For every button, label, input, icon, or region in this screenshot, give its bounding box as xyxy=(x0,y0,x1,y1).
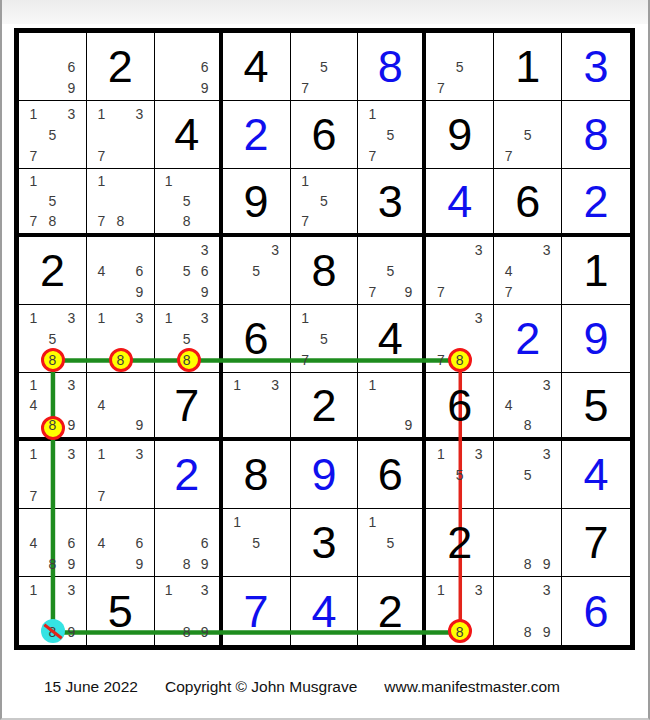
cell-r1c1[interactable]: 69 xyxy=(19,33,87,101)
candidate-7: 7 xyxy=(499,281,518,302)
given-digit: 7 xyxy=(584,520,609,565)
candidate-1: 1 xyxy=(363,103,381,124)
candidate-3: 3 xyxy=(469,579,488,600)
cell-r1c7[interactable]: 57 xyxy=(426,33,494,101)
cell-r7c9[interactable]: 4 xyxy=(562,441,630,509)
candidate-5: 5 xyxy=(381,124,399,145)
cell-r9c1[interactable]: 1389 xyxy=(19,577,87,645)
candidate-5: 5 xyxy=(178,328,196,349)
candidate-8: 8 xyxy=(43,349,62,370)
candidate-7: 7 xyxy=(296,349,315,370)
candidate-4: 4 xyxy=(24,395,43,415)
candidate-grid: 178 xyxy=(87,169,154,233)
given-digit: 4 xyxy=(378,316,403,361)
candidate-grid: 1578 xyxy=(19,169,86,233)
candidate-6: 6 xyxy=(130,532,149,553)
candidate-grid: 13 xyxy=(223,373,290,437)
candidate-5: 5 xyxy=(178,260,196,281)
candidate-9: 9 xyxy=(130,415,149,435)
cell-r2c8[interactable]: 57 xyxy=(494,101,562,169)
candidate-5: 5 xyxy=(43,124,62,145)
cell-r5c2[interactable]: 138 xyxy=(87,305,155,373)
candidate-grid: 137 xyxy=(87,441,154,508)
solved-digit: 7 xyxy=(244,589,269,634)
solved-digit: 2 xyxy=(584,179,609,224)
candidate-3: 3 xyxy=(196,239,214,260)
sudoku-grid: 6926945785713135713742615795781578178158… xyxy=(19,33,630,645)
candidate-grid: 37 xyxy=(426,237,493,304)
cell-r9c3[interactable]: 1389 xyxy=(155,577,223,645)
candidate-3: 3 xyxy=(62,103,81,124)
cell-r2c1[interactable]: 1357 xyxy=(19,101,87,169)
candidate-4: 4 xyxy=(92,532,111,553)
cell-r4c9[interactable]: 1 xyxy=(562,237,630,305)
candidate-8: 8 xyxy=(518,622,537,643)
candidate-grid: 15 xyxy=(223,509,290,576)
candidate-9: 9 xyxy=(130,553,149,574)
cell-r5c3[interactable]: 1358 xyxy=(155,305,223,373)
candidate-3: 3 xyxy=(196,579,214,600)
cell-r8c1[interactable]: 4689 xyxy=(19,509,87,577)
candidate-grid: 469 xyxy=(87,237,154,304)
candidate-1: 1 xyxy=(24,171,43,191)
candidate-grid: 348 xyxy=(494,373,561,437)
given-digit: 2 xyxy=(311,383,336,428)
candidate-8: 8 xyxy=(450,349,469,370)
candidate-grid: 347 xyxy=(494,237,561,304)
candidate-7: 7 xyxy=(24,485,43,506)
candidate-3: 3 xyxy=(196,307,214,328)
cell-r8c4[interactable]: 15 xyxy=(223,509,291,577)
candidate-9: 9 xyxy=(62,77,81,98)
candidate-9: 9 xyxy=(62,553,81,574)
candidate-grid: 1357 xyxy=(19,101,86,168)
given-digit: 2 xyxy=(447,520,472,565)
cell-r4c4[interactable]: 35 xyxy=(223,237,291,305)
candidate-7: 7 xyxy=(92,145,111,166)
candidate-grid: 49 xyxy=(87,373,154,437)
cell-r2c4[interactable]: 2 xyxy=(223,101,291,169)
candidate-9: 9 xyxy=(196,281,214,302)
candidate-9: 9 xyxy=(130,281,149,302)
cell-r1c6[interactable]: 8 xyxy=(358,33,426,101)
candidate-8: 8 xyxy=(43,622,62,643)
candidate-3: 3 xyxy=(62,443,81,464)
candidate-3: 3 xyxy=(266,375,285,395)
solved-digit: 2 xyxy=(515,316,540,361)
solved-digit: 4 xyxy=(447,179,472,224)
candidate-1: 1 xyxy=(92,171,111,191)
candidate-8: 8 xyxy=(518,415,537,435)
cell-r6c6[interactable]: 19 xyxy=(358,373,426,441)
candidate-grid: 35 xyxy=(223,237,290,304)
candidate-grid: 579 xyxy=(358,237,422,304)
candidate-grid: 13489 xyxy=(19,373,86,437)
given-digit: 2 xyxy=(40,248,65,293)
cell-r7c5[interactable]: 9 xyxy=(291,441,359,509)
cell-r8c2[interactable]: 469 xyxy=(87,509,155,577)
window-top-bar xyxy=(2,0,648,24)
candidate-5: 5 xyxy=(247,532,266,553)
candidate-grid: 15 xyxy=(358,509,422,576)
given-digit: 5 xyxy=(584,383,609,428)
candidate-9: 9 xyxy=(196,553,214,574)
candidate-7: 7 xyxy=(363,145,381,166)
cell-r8c5[interactable]: 3 xyxy=(291,509,359,577)
cell-r4c3[interactable]: 3569 xyxy=(155,237,223,305)
candidate-5: 5 xyxy=(518,464,537,485)
candidate-7: 7 xyxy=(499,145,518,166)
solved-digit: 4 xyxy=(584,452,609,497)
candidate-8: 8 xyxy=(111,349,130,370)
candidate-1: 1 xyxy=(228,375,247,395)
candidate-8: 8 xyxy=(450,622,469,643)
cell-r6c2[interactable]: 49 xyxy=(87,373,155,441)
solved-digit: 8 xyxy=(584,112,609,157)
cell-r5c9[interactable]: 9 xyxy=(562,305,630,373)
candidate-4: 4 xyxy=(92,395,111,415)
candidate-8: 8 xyxy=(43,415,62,435)
candidate-1: 1 xyxy=(160,579,178,600)
candidate-grid: 57 xyxy=(494,101,561,168)
solved-digit: 9 xyxy=(311,452,336,497)
cell-r4c1[interactable]: 2 xyxy=(19,237,87,305)
candidate-4: 4 xyxy=(499,395,518,415)
candidate-7: 7 xyxy=(24,211,43,231)
candidate-9: 9 xyxy=(399,281,417,302)
cell-r2c2[interactable]: 137 xyxy=(87,101,155,169)
candidate-8: 8 xyxy=(43,553,62,574)
candidate-4: 4 xyxy=(24,532,43,553)
candidate-9: 9 xyxy=(399,415,417,435)
candidate-1: 1 xyxy=(363,511,381,532)
cell-r2c5[interactable]: 6 xyxy=(291,101,359,169)
candidate-grid: 157 xyxy=(358,101,422,168)
solved-digit: 8 xyxy=(378,44,403,89)
footer-date: 15 June 2022 xyxy=(44,678,138,696)
candidate-7: 7 xyxy=(92,211,111,231)
cell-r5c7[interactable]: 378 xyxy=(426,305,494,373)
footer: 15 June 2022 Copyright © John Musgrave w… xyxy=(44,678,560,696)
solved-digit: 2 xyxy=(174,452,199,497)
candidate-1: 1 xyxy=(92,307,111,328)
candidate-grid: 137 xyxy=(87,101,154,168)
candidate-1: 1 xyxy=(431,579,450,600)
candidate-7: 7 xyxy=(363,281,381,302)
cell-r9c8[interactable]: 389 xyxy=(494,577,562,645)
candidate-7: 7 xyxy=(296,77,315,98)
candidate-3: 3 xyxy=(469,307,488,328)
cell-r1c9[interactable]: 3 xyxy=(562,33,630,101)
candidate-9: 9 xyxy=(537,622,556,643)
cell-r1c8[interactable]: 1 xyxy=(494,33,562,101)
cell-r2c7[interactable]: 9 xyxy=(426,101,494,169)
given-digit: 6 xyxy=(515,179,540,224)
candidate-grid: 4689 xyxy=(19,509,86,576)
candidate-grid: 89 xyxy=(494,509,561,576)
candidate-grid: 3569 xyxy=(155,237,219,304)
solved-digit: 2 xyxy=(244,112,269,157)
candidate-grid: 157 xyxy=(291,305,358,372)
candidate-8: 8 xyxy=(178,622,196,643)
candidate-8: 8 xyxy=(178,211,196,231)
candidate-6: 6 xyxy=(196,260,214,281)
cell-r4c2[interactable]: 469 xyxy=(87,237,155,305)
candidate-3: 3 xyxy=(62,579,81,600)
candidate-5: 5 xyxy=(247,260,266,281)
given-digit: 6 xyxy=(447,383,472,428)
candidate-7: 7 xyxy=(431,349,450,370)
cell-r2c6[interactable]: 157 xyxy=(358,101,426,169)
cell-r2c9[interactable]: 8 xyxy=(562,101,630,169)
cell-r1c5[interactable]: 57 xyxy=(291,33,359,101)
candidate-grid: 157 xyxy=(291,169,358,233)
cell-r3c5[interactable]: 157 xyxy=(291,169,359,237)
candidate-1: 1 xyxy=(92,443,111,464)
candidate-3: 3 xyxy=(130,307,149,328)
cell-r6c1[interactable]: 13489 xyxy=(19,373,87,441)
candidate-3: 3 xyxy=(62,307,81,328)
candidate-1: 1 xyxy=(296,171,315,191)
candidate-7: 7 xyxy=(296,211,315,231)
cell-r3c9[interactable]: 2 xyxy=(562,169,630,237)
candidate-grid: 69 xyxy=(19,33,86,100)
candidate-grid: 19 xyxy=(358,373,422,437)
candidate-5: 5 xyxy=(43,328,62,349)
cell-r7c8[interactable]: 35 xyxy=(494,441,562,509)
candidate-9: 9 xyxy=(537,553,556,574)
cell-r5c8[interactable]: 2 xyxy=(494,305,562,373)
candidate-1: 1 xyxy=(296,307,315,328)
candidate-7: 7 xyxy=(24,145,43,166)
candidate-grid: 469 xyxy=(87,509,154,576)
given-digit: 4 xyxy=(244,44,269,89)
candidate-grid: 137 xyxy=(19,441,86,508)
cell-r9c9[interactable]: 6 xyxy=(562,577,630,645)
candidate-9: 9 xyxy=(62,622,81,643)
solved-digit: 6 xyxy=(584,589,609,634)
candidate-7: 7 xyxy=(431,281,450,302)
candidate-9: 9 xyxy=(196,622,214,643)
cell-r3c8[interactable]: 6 xyxy=(494,169,562,237)
cell-r3c6[interactable]: 3 xyxy=(358,169,426,237)
cell-r8c7[interactable]: 2 xyxy=(426,509,494,577)
candidate-5: 5 xyxy=(381,532,399,553)
candidate-3: 3 xyxy=(537,443,556,464)
cell-r7c1[interactable]: 137 xyxy=(19,441,87,509)
given-digit: 2 xyxy=(378,589,403,634)
candidate-3: 3 xyxy=(469,443,488,464)
candidate-8: 8 xyxy=(178,553,196,574)
candidate-1: 1 xyxy=(24,443,43,464)
candidate-1: 1 xyxy=(160,171,178,191)
given-digit: 4 xyxy=(174,112,199,157)
sudoku-board-inner: 6926945785713135713742615795781578178158… xyxy=(19,33,630,645)
candidate-3: 3 xyxy=(537,239,556,260)
candidate-grid: 389 xyxy=(494,577,561,645)
candidate-8: 8 xyxy=(111,211,130,231)
candidate-9: 9 xyxy=(196,77,214,98)
candidate-3: 3 xyxy=(537,579,556,600)
given-digit: 3 xyxy=(311,520,336,565)
candidate-1: 1 xyxy=(24,375,43,395)
given-digit: 6 xyxy=(244,316,269,361)
given-digit: 6 xyxy=(311,112,336,157)
candidate-6: 6 xyxy=(196,56,214,77)
candidate-6: 6 xyxy=(62,532,81,553)
cell-r1c3[interactable]: 69 xyxy=(155,33,223,101)
cell-r7c2[interactable]: 137 xyxy=(87,441,155,509)
candidate-3: 3 xyxy=(130,103,149,124)
cell-r5c5[interactable]: 157 xyxy=(291,305,359,373)
candidate-7: 7 xyxy=(431,77,450,98)
candidate-5: 5 xyxy=(450,56,469,77)
given-digit: 1 xyxy=(515,44,540,89)
candidate-grid: 138 xyxy=(426,577,493,645)
cell-r3c7[interactable]: 4 xyxy=(426,169,494,237)
given-digit: 1 xyxy=(584,248,609,293)
given-digit: 3 xyxy=(378,179,403,224)
cell-r6c5[interactable]: 2 xyxy=(291,373,359,441)
cell-r9c5[interactable]: 4 xyxy=(291,577,359,645)
cell-r3c4[interactable]: 9 xyxy=(223,169,291,237)
candidate-4: 4 xyxy=(499,260,518,281)
candidate-6: 6 xyxy=(130,260,149,281)
cell-r7c4[interactable]: 8 xyxy=(223,441,291,509)
given-digit: 9 xyxy=(244,179,269,224)
sudoku-board: 6926945785713135713742615795781578178158… xyxy=(14,28,635,650)
candidate-5: 5 xyxy=(315,328,334,349)
candidate-3: 3 xyxy=(537,375,556,395)
candidate-1: 1 xyxy=(24,307,43,328)
candidate-5: 5 xyxy=(315,191,334,211)
candidate-grid: 57 xyxy=(426,33,493,100)
cell-r6c3[interactable]: 7 xyxy=(155,373,223,441)
given-digit: 7 xyxy=(174,383,199,428)
given-digit: 9 xyxy=(447,112,472,157)
candidate-1: 1 xyxy=(160,307,178,328)
candidate-1: 1 xyxy=(24,579,43,600)
cell-r7c3[interactable]: 2 xyxy=(155,441,223,509)
cell-r4c6[interactable]: 579 xyxy=(358,237,426,305)
cell-r5c1[interactable]: 1358 xyxy=(19,305,87,373)
cell-r5c4[interactable]: 6 xyxy=(223,305,291,373)
candidate-5: 5 xyxy=(518,124,537,145)
cell-r4c5[interactable]: 8 xyxy=(291,237,359,305)
given-digit: 6 xyxy=(378,452,403,497)
cell-r9c2[interactable]: 5 xyxy=(87,577,155,645)
candidate-3: 3 xyxy=(130,443,149,464)
candidate-grid: 1358 xyxy=(19,305,86,372)
cell-r9c6[interactable]: 2 xyxy=(358,577,426,645)
cell-r3c3[interactable]: 158 xyxy=(155,169,223,237)
candidate-grid: 138 xyxy=(87,305,154,372)
footer-website: www.manifestmaster.com xyxy=(384,678,560,696)
given-digit: 2 xyxy=(108,44,133,89)
cell-r9c7[interactable]: 138 xyxy=(426,577,494,645)
cell-r7c6[interactable]: 6 xyxy=(358,441,426,509)
cell-r5c6[interactable]: 4 xyxy=(358,305,426,373)
candidate-8: 8 xyxy=(178,349,196,370)
candidate-5: 5 xyxy=(381,260,399,281)
cell-r6c4[interactable]: 13 xyxy=(223,373,291,441)
candidate-grid: 35 xyxy=(494,441,561,508)
candidate-grid: 158 xyxy=(155,169,219,233)
cell-r3c2[interactable]: 178 xyxy=(87,169,155,237)
candidate-6: 6 xyxy=(196,532,214,553)
cell-r9c4[interactable]: 7 xyxy=(223,577,291,645)
cell-r8c8[interactable]: 89 xyxy=(494,509,562,577)
candidate-5: 5 xyxy=(315,56,334,77)
cell-r2c3[interactable]: 4 xyxy=(155,101,223,169)
candidate-5: 5 xyxy=(450,464,469,485)
solved-digit: 3 xyxy=(584,44,609,89)
candidate-grid: 689 xyxy=(155,509,219,576)
candidate-6: 6 xyxy=(62,56,81,77)
candidate-1: 1 xyxy=(363,375,381,395)
given-digit: 8 xyxy=(244,452,269,497)
candidate-8: 8 xyxy=(518,553,537,574)
candidate-8: 8 xyxy=(43,211,62,231)
candidate-1: 1 xyxy=(92,103,111,124)
candidate-1: 1 xyxy=(24,103,43,124)
candidate-grid: 57 xyxy=(291,33,358,100)
cell-r7c7[interactable]: 135 xyxy=(426,441,494,509)
candidate-3: 3 xyxy=(62,375,81,395)
cell-r6c7[interactable]: 6 xyxy=(426,373,494,441)
app-window: 6926945785713135713742615795781578178158… xyxy=(0,0,650,720)
cell-r3c1[interactable]: 1578 xyxy=(19,169,87,237)
candidate-3: 3 xyxy=(469,239,488,260)
candidate-grid: 1389 xyxy=(19,577,86,645)
given-digit: 5 xyxy=(108,589,133,634)
candidate-1: 1 xyxy=(228,511,247,532)
cell-r8c3[interactable]: 689 xyxy=(155,509,223,577)
cell-r8c6[interactable]: 15 xyxy=(358,509,426,577)
footer-copyright: Copyright © John Musgrave xyxy=(165,678,357,696)
cell-r4c7[interactable]: 37 xyxy=(426,237,494,305)
candidate-grid: 135 xyxy=(426,441,493,508)
candidate-grid: 378 xyxy=(426,305,493,372)
candidate-9: 9 xyxy=(62,415,81,435)
solved-digit: 9 xyxy=(584,316,609,361)
candidate-grid: 1358 xyxy=(155,305,219,372)
cell-r1c2[interactable]: 2 xyxy=(87,33,155,101)
solved-digit: 4 xyxy=(311,589,336,634)
candidate-grid: 69 xyxy=(155,33,219,100)
candidate-5: 5 xyxy=(43,191,62,211)
candidate-4: 4 xyxy=(92,260,111,281)
candidate-3: 3 xyxy=(266,239,285,260)
candidate-1: 1 xyxy=(431,443,450,464)
cell-r6c9[interactable]: 5 xyxy=(562,373,630,441)
cell-r6c8[interactable]: 348 xyxy=(494,373,562,441)
candidate-7: 7 xyxy=(92,485,111,506)
cell-r1c4[interactable]: 4 xyxy=(223,33,291,101)
candidate-grid: 1389 xyxy=(155,577,219,645)
cell-r4c8[interactable]: 347 xyxy=(494,237,562,305)
given-digit: 8 xyxy=(311,248,336,293)
cell-r8c9[interactable]: 7 xyxy=(562,509,630,577)
candidate-5: 5 xyxy=(178,191,196,211)
